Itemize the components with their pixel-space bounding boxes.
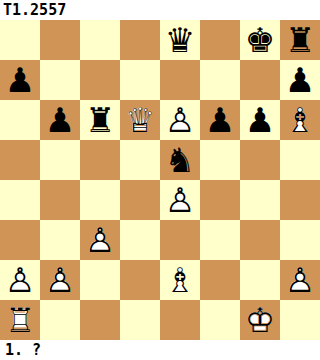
square-a3[interactable]: [0, 220, 40, 260]
square-g3[interactable]: [240, 220, 280, 260]
square-e3[interactable]: [160, 220, 200, 260]
piece-black-pawn: ♟: [0, 60, 40, 100]
square-f4[interactable]: [200, 180, 240, 220]
piece-white-pawn: ♟♙: [0, 260, 40, 300]
square-d8[interactable]: [120, 20, 160, 60]
square-b3[interactable]: [40, 220, 80, 260]
square-a1[interactable]: ♜♖: [0, 300, 40, 340]
move-prompt: 1. ?: [0, 340, 320, 360]
square-a6[interactable]: [0, 100, 40, 140]
square-e1[interactable]: [160, 300, 200, 340]
chess-board: ♛♚♜♟♟♟♜♛♕♟♙♟♟♝♗♞♟♙♟♙♟♙♟♙♝♗♟♙♜♖♚♔: [0, 20, 320, 340]
square-b1[interactable]: [40, 300, 80, 340]
square-g7[interactable]: [240, 60, 280, 100]
square-c8[interactable]: [80, 20, 120, 60]
square-g2[interactable]: [240, 260, 280, 300]
square-e8[interactable]: ♛: [160, 20, 200, 60]
square-h7[interactable]: ♟: [280, 60, 320, 100]
square-d5[interactable]: [120, 140, 160, 180]
square-c6[interactable]: ♜: [80, 100, 120, 140]
square-a2[interactable]: ♟♙: [0, 260, 40, 300]
piece-white-pawn: ♟♙: [40, 260, 80, 300]
piece-white-rook: ♜♖: [0, 300, 40, 340]
piece-white-pawn: ♟♙: [80, 220, 120, 260]
square-f7[interactable]: [200, 60, 240, 100]
piece-black-pawn: ♟: [200, 100, 240, 140]
square-h2[interactable]: ♟♙: [280, 260, 320, 300]
piece-white-king: ♚♔: [240, 300, 280, 340]
square-b2[interactable]: ♟♙: [40, 260, 80, 300]
square-a7[interactable]: ♟: [0, 60, 40, 100]
square-c1[interactable]: [80, 300, 120, 340]
square-g8[interactable]: ♚: [240, 20, 280, 60]
square-h1[interactable]: [280, 300, 320, 340]
square-h3[interactable]: [280, 220, 320, 260]
piece-black-king: ♚: [240, 20, 280, 60]
square-h4[interactable]: [280, 180, 320, 220]
square-a4[interactable]: [0, 180, 40, 220]
square-d4[interactable]: [120, 180, 160, 220]
square-b8[interactable]: [40, 20, 80, 60]
square-b4[interactable]: [40, 180, 80, 220]
piece-black-rook: ♜: [280, 20, 320, 60]
piece-black-rook: ♜: [80, 100, 120, 140]
square-b5[interactable]: [40, 140, 80, 180]
square-d6[interactable]: ♛♕: [120, 100, 160, 140]
puzzle-title: T1.2557: [0, 0, 320, 20]
piece-white-bishop: ♝♗: [280, 100, 320, 140]
square-c2[interactable]: [80, 260, 120, 300]
square-a5[interactable]: [0, 140, 40, 180]
square-g1[interactable]: ♚♔: [240, 300, 280, 340]
square-e2[interactable]: ♝♗: [160, 260, 200, 300]
square-g4[interactable]: [240, 180, 280, 220]
piece-white-pawn: ♟♙: [160, 180, 200, 220]
square-e7[interactable]: [160, 60, 200, 100]
square-a8[interactable]: [0, 20, 40, 60]
piece-white-bishop: ♝♗: [160, 260, 200, 300]
square-h5[interactable]: [280, 140, 320, 180]
piece-black-knight: ♞: [160, 140, 200, 180]
square-f6[interactable]: ♟: [200, 100, 240, 140]
square-c4[interactable]: [80, 180, 120, 220]
square-d3[interactable]: [120, 220, 160, 260]
square-e5[interactable]: ♞: [160, 140, 200, 180]
square-h6[interactable]: ♝♗: [280, 100, 320, 140]
square-e6[interactable]: ♟♙: [160, 100, 200, 140]
square-f8[interactable]: [200, 20, 240, 60]
square-g6[interactable]: ♟: [240, 100, 280, 140]
square-d2[interactable]: [120, 260, 160, 300]
square-g5[interactable]: [240, 140, 280, 180]
square-d7[interactable]: [120, 60, 160, 100]
square-f3[interactable]: [200, 220, 240, 260]
square-e4[interactable]: ♟♙: [160, 180, 200, 220]
piece-white-pawn: ♟♙: [280, 260, 320, 300]
square-h8[interactable]: ♜: [280, 20, 320, 60]
square-b6[interactable]: ♟: [40, 100, 80, 140]
piece-black-pawn: ♟: [280, 60, 320, 100]
square-c3[interactable]: ♟♙: [80, 220, 120, 260]
square-d1[interactable]: [120, 300, 160, 340]
piece-black-queen: ♛: [160, 20, 200, 60]
square-b7[interactable]: [40, 60, 80, 100]
square-f1[interactable]: [200, 300, 240, 340]
piece-white-pawn: ♟♙: [160, 100, 200, 140]
chess-diagram-window: T1.2557 ♛♚♜♟♟♟♜♛♕♟♙♟♟♝♗♞♟♙♟♙♟♙♟♙♝♗♟♙♜♖♚♔…: [0, 0, 320, 360]
square-c7[interactable]: [80, 60, 120, 100]
piece-black-pawn: ♟: [40, 100, 80, 140]
square-f5[interactable]: [200, 140, 240, 180]
piece-black-pawn: ♟: [240, 100, 280, 140]
square-c5[interactable]: [80, 140, 120, 180]
square-f2[interactable]: [200, 260, 240, 300]
piece-white-queen: ♛♕: [120, 100, 160, 140]
